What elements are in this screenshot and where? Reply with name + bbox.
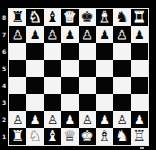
piece-white-pawn: ♟ [134,113,145,125]
square-d5[interactable] [61,60,78,77]
piece-black-rook: ♜ [133,10,146,25]
square-f8[interactable]: ♝ [96,9,113,26]
piece-black-pawn: ♟ [99,28,110,40]
square-e7[interactable]: ♟ [79,26,96,43]
square-d2[interactable]: ♟ [61,111,78,128]
square-d6[interactable] [61,43,78,60]
piece-white-pawn: ♙ [82,113,93,125]
square-a1[interactable]: ♜ [9,128,26,145]
square-e2[interactable]: ♙ [79,111,96,128]
square-d4[interactable] [61,77,78,94]
square-b8[interactable]: ♞ [26,9,43,26]
square-e4[interactable] [79,77,96,94]
piece-white-pawn: ♙ [12,113,23,125]
piece-white-pawn: ♙ [117,113,128,125]
piece-white-knight: ♘ [28,129,41,144]
piece-black-rook: ♜ [11,10,24,25]
square-b6[interactable] [26,43,43,60]
square-f4[interactable] [96,77,113,94]
square-c2[interactable]: ♙ [44,111,61,128]
square-d3[interactable] [61,94,78,111]
square-b1[interactable]: ♘ [26,128,43,145]
rank-label-7: 7 [0,26,8,43]
square-f5[interactable] [96,60,113,77]
chess-diagram: 87654321 ♜♞♝♛♚♝♞♜♟♟♟♟♟♟♟♟♙♟♙♟♙♟♙♟♜♘♝♕♚♗♞… [0,0,156,150]
square-h7[interactable]: ♟ [131,26,148,43]
square-c3[interactable] [44,94,61,111]
square-h6[interactable] [131,43,148,60]
rank-label-8: 8 [0,9,8,26]
square-d1[interactable]: ♕ [61,128,78,145]
piece-white-knight: ♞ [115,129,128,144]
piece-black-pawn: ♟ [47,28,58,40]
square-c1[interactable]: ♝ [44,128,61,145]
piece-black-pawn: ♟ [134,28,145,40]
piece-black-king: ♚ [80,10,93,25]
square-b3[interactable] [26,94,43,111]
square-e5[interactable] [79,60,96,77]
square-b7[interactable]: ♟ [26,26,43,43]
square-c4[interactable] [44,77,61,94]
square-a2[interactable]: ♙ [9,111,26,128]
square-a7[interactable]: ♟ [9,26,26,43]
rank-label-1: 1 [0,128,8,145]
square-b5[interactable] [26,60,43,77]
square-f1[interactable]: ♗ [96,128,113,145]
square-g7[interactable]: ♟ [113,26,130,43]
square-g1[interactable]: ♞ [113,128,130,145]
square-e6[interactable] [79,43,96,60]
square-h3[interactable] [131,94,148,111]
square-f2[interactable]: ♟ [96,111,113,128]
square-h2[interactable]: ♟ [131,111,148,128]
square-g2[interactable]: ♙ [113,111,130,128]
piece-white-rook: ♜ [11,129,24,144]
rank-gutter: 87654321 [0,9,8,145]
square-h5[interactable] [131,60,148,77]
square-f3[interactable] [96,94,113,111]
piece-black-knight: ♞ [115,10,128,25]
square-c5[interactable] [44,60,61,77]
square-f7[interactable]: ♟ [96,26,113,43]
corner-artifact-dot [140,147,144,149]
piece-black-bishop: ♝ [98,10,111,25]
square-g5[interactable] [113,60,130,77]
square-g8[interactable]: ♞ [113,9,130,26]
square-f6[interactable] [96,43,113,60]
piece-white-pawn: ♙ [47,113,58,125]
piece-white-bishop: ♗ [98,129,111,144]
piece-white-rook: ♖ [133,129,146,144]
rank-label-2: 2 [0,111,8,128]
square-h1[interactable]: ♖ [131,128,148,145]
piece-black-knight: ♞ [28,10,41,25]
piece-black-queen: ♛ [63,10,76,25]
piece-white-pawn: ♟ [30,113,41,125]
piece-black-pawn: ♟ [82,28,93,40]
rank-label-5: 5 [0,60,8,77]
square-c7[interactable]: ♟ [44,26,61,43]
square-a8[interactable]: ♜ [9,9,26,26]
square-e1[interactable]: ♚ [79,128,96,145]
square-g6[interactable] [113,43,130,60]
square-a6[interactable] [9,43,26,60]
piece-black-pawn: ♟ [117,28,128,40]
square-g4[interactable] [113,77,130,94]
square-d7[interactable]: ♟ [61,26,78,43]
piece-white-king: ♚ [80,129,93,144]
rank-label-6: 6 [0,43,8,60]
square-b4[interactable] [26,77,43,94]
piece-black-pawn: ♟ [64,28,75,40]
square-c6[interactable] [44,43,61,60]
rank-label-4: 4 [0,77,8,94]
square-h4[interactable] [131,77,148,94]
square-c8[interactable]: ♝ [44,9,61,26]
square-d8[interactable]: ♛ [61,9,78,26]
piece-white-pawn: ♟ [64,113,75,125]
square-a5[interactable] [9,60,26,77]
piece-white-pawn: ♟ [99,113,110,125]
square-a3[interactable] [9,94,26,111]
rank-label-3: 3 [0,94,8,111]
piece-white-queen: ♕ [63,129,76,144]
piece-black-pawn: ♟ [12,28,23,40]
piece-black-bishop: ♝ [46,10,59,25]
piece-black-pawn: ♟ [30,28,41,40]
chess-board: ♜♞♝♛♚♝♞♜♟♟♟♟♟♟♟♟♙♟♙♟♙♟♙♟♜♘♝♕♚♗♞♖ [8,8,149,146]
square-e3[interactable] [79,94,96,111]
square-a4[interactable] [9,77,26,94]
square-e8[interactable]: ♚ [79,9,96,26]
square-h8[interactable]: ♜ [131,9,148,26]
square-g3[interactable] [113,94,130,111]
piece-white-bishop: ♝ [46,129,59,144]
square-b2[interactable]: ♟ [26,111,43,128]
